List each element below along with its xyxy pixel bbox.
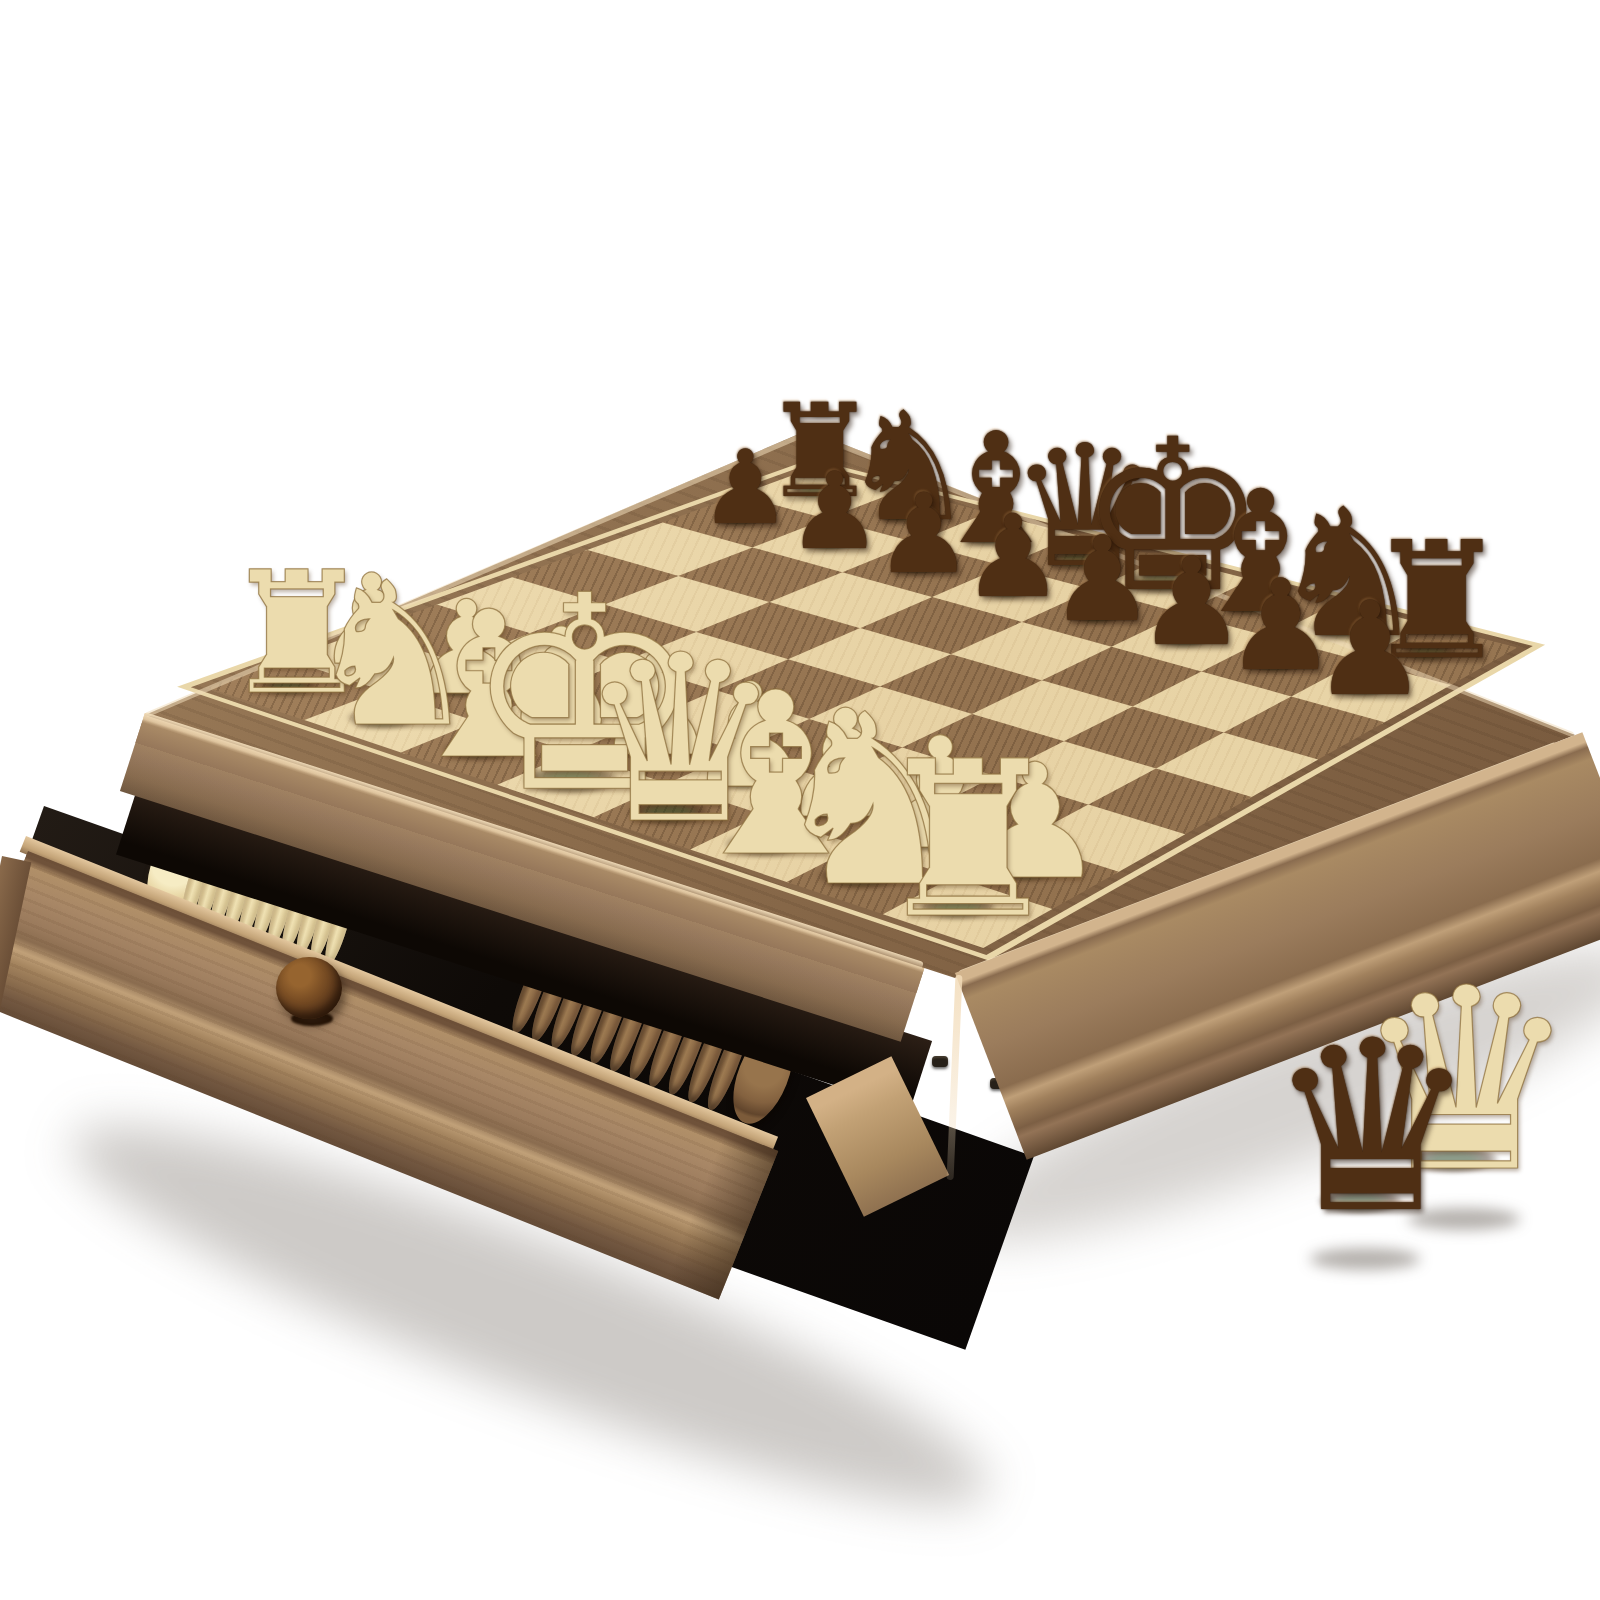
offboard-pieces: ♛♛ <box>0 0 1600 1600</box>
product-photo: ♜♞♝♛♚♝♞♜♟♟♟♟♟♟♟♟♟♟♟♟♟♟♟♟♜♞♝♚♛♝♞♜ ♛♛ <box>0 0 1600 1600</box>
piece-dark-q-spare[interactable]: ♛ <box>1266 1010 1478 1246</box>
